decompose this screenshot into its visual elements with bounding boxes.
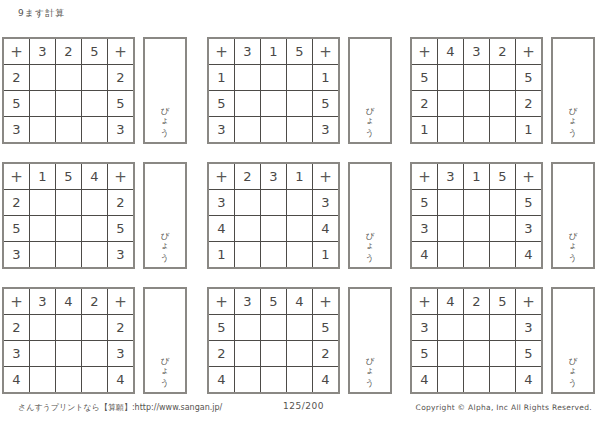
row-header-1: 5 bbox=[412, 190, 437, 215]
plus-operator-cell: + bbox=[108, 39, 133, 64]
answer-cell-r1c3[interactable] bbox=[287, 65, 312, 90]
row-header-3: 3 bbox=[4, 117, 29, 142]
puzzle-1: +325+225533びょう bbox=[2, 37, 207, 144]
row-header-right-1: 5 bbox=[516, 190, 541, 215]
answer-cell-r2c3[interactable] bbox=[287, 91, 312, 116]
plus-operator-cell: + bbox=[313, 289, 338, 314]
answer-cell-r3c2[interactable] bbox=[464, 367, 489, 392]
seconds-label: びょう bbox=[366, 101, 375, 133]
row-header-1: 3 bbox=[412, 315, 437, 340]
row-header-2: 5 bbox=[209, 91, 234, 116]
answer-cell-r3c3[interactable] bbox=[287, 367, 312, 392]
row-header-right-3: 3 bbox=[108, 242, 133, 267]
puzzle-grid-7: +342+223344 bbox=[2, 287, 135, 394]
row-header-3: 4 bbox=[4, 367, 29, 392]
row-header-2: 5 bbox=[4, 216, 29, 241]
row-header-2: 5 bbox=[4, 91, 29, 116]
row-header-2: 2 bbox=[412, 91, 437, 116]
col-header-2: 2 bbox=[464, 289, 489, 314]
answer-cell-r3c3[interactable] bbox=[490, 242, 515, 267]
answer-cell-r2c1[interactable] bbox=[30, 341, 55, 366]
answer-cell-r3c1[interactable] bbox=[30, 367, 55, 392]
answer-cell-r3c3[interactable] bbox=[82, 367, 107, 392]
answer-cell-r1c1[interactable] bbox=[30, 65, 55, 90]
col-header-3: 5 bbox=[490, 164, 515, 189]
puzzle-6: +315+553344びょう bbox=[410, 162, 598, 269]
answer-cell-r3c3[interactable] bbox=[82, 242, 107, 267]
row-header-right-1: 2 bbox=[108, 65, 133, 90]
answer-cell-r2c1[interactable] bbox=[30, 91, 55, 116]
row-header-1: 5 bbox=[209, 315, 234, 340]
answer-cell-r3c2[interactable] bbox=[261, 367, 286, 392]
col-header-1: 3 bbox=[438, 164, 463, 189]
answer-cell-r2c1[interactable] bbox=[235, 216, 260, 241]
row-header-right-2: 2 bbox=[313, 341, 338, 366]
answer-cell-r3c3[interactable] bbox=[82, 117, 107, 142]
puzzle-2: +315+115533びょう bbox=[207, 37, 410, 144]
answer-cell-r2c1[interactable] bbox=[438, 216, 463, 241]
answer-cell-r3c3[interactable] bbox=[490, 367, 515, 392]
answer-cell-r1c1[interactable] bbox=[30, 315, 55, 340]
col-header-3: 5 bbox=[82, 39, 107, 64]
answer-cell-r1c3[interactable] bbox=[82, 315, 107, 340]
col-header-1: 3 bbox=[30, 39, 55, 64]
puzzle-grid-8: +354+552244 bbox=[207, 287, 340, 394]
row-header-right-1: 3 bbox=[516, 315, 541, 340]
answer-cell-r1c2[interactable] bbox=[261, 315, 286, 340]
row-header-right-3: 3 bbox=[108, 117, 133, 142]
seconds-box: びょう bbox=[143, 287, 187, 394]
col-header-3: 5 bbox=[490, 289, 515, 314]
row-header-right-2: 2 bbox=[516, 91, 541, 116]
answer-cell-r1c3[interactable] bbox=[287, 315, 312, 340]
plus-operator-cell: + bbox=[108, 289, 133, 314]
answer-cell-r1c2[interactable] bbox=[56, 190, 81, 215]
puzzle-grid-6: +315+553344 bbox=[410, 162, 543, 269]
answer-cell-r1c1[interactable] bbox=[438, 65, 463, 90]
answer-cell-r2c1[interactable] bbox=[235, 91, 260, 116]
row-header-3: 3 bbox=[4, 242, 29, 267]
plus-operator-cell: + bbox=[209, 39, 234, 64]
seconds-box: びょう bbox=[143, 162, 187, 269]
answer-cell-r3c2[interactable] bbox=[56, 117, 81, 142]
answer-cell-r2c2[interactable] bbox=[261, 91, 286, 116]
row-header-right-2: 5 bbox=[313, 91, 338, 116]
answer-cell-r1c3[interactable] bbox=[490, 65, 515, 90]
row-header-right-1: 2 bbox=[108, 190, 133, 215]
puzzle-4: +154+225533びょう bbox=[2, 162, 207, 269]
answer-cell-r3c1[interactable] bbox=[235, 367, 260, 392]
row-header-right-3: 1 bbox=[313, 242, 338, 267]
row-header-right-3: 3 bbox=[313, 117, 338, 142]
col-header-3: 1 bbox=[287, 164, 312, 189]
col-header-1: 4 bbox=[438, 39, 463, 64]
answer-cell-r2c3[interactable] bbox=[82, 216, 107, 241]
puzzle-3: +432+552211びょう bbox=[410, 37, 598, 144]
answer-cell-r1c2[interactable] bbox=[464, 190, 489, 215]
answer-cell-r3c1[interactable] bbox=[235, 242, 260, 267]
answer-cell-r3c1[interactable] bbox=[30, 117, 55, 142]
answer-cell-r1c1[interactable] bbox=[235, 65, 260, 90]
answer-cell-r2c2[interactable] bbox=[464, 341, 489, 366]
answer-cell-r3c2[interactable] bbox=[464, 117, 489, 142]
answer-cell-r1c2[interactable] bbox=[261, 65, 286, 90]
plus-operator-cell: + bbox=[516, 164, 541, 189]
footer-source-url: さんすうプリントなら【算願】:http://www.sangan.jp/ bbox=[18, 402, 222, 413]
answer-cell-r3c1[interactable] bbox=[438, 117, 463, 142]
plus-operator-cell: + bbox=[516, 39, 541, 64]
answer-cell-r1c3[interactable] bbox=[82, 190, 107, 215]
row-header-right-3: 4 bbox=[108, 367, 133, 392]
answer-cell-r3c1[interactable] bbox=[438, 367, 463, 392]
row-header-3: 1 bbox=[412, 117, 437, 142]
seconds-label: びょう bbox=[569, 101, 578, 133]
puzzle-5: +231+334411びょう bbox=[207, 162, 410, 269]
answer-cell-r3c1[interactable] bbox=[235, 117, 260, 142]
row-header-1: 3 bbox=[209, 190, 234, 215]
plus-operator-cell: + bbox=[516, 289, 541, 314]
answer-cell-r1c1[interactable] bbox=[438, 315, 463, 340]
answer-cell-r3c3[interactable] bbox=[287, 242, 312, 267]
puzzle-grid-2: +315+115533 bbox=[207, 37, 340, 144]
seconds-box: びょう bbox=[551, 37, 595, 144]
puzzle-grid-4: +154+225533 bbox=[2, 162, 135, 269]
answer-cell-r2c1[interactable] bbox=[438, 91, 463, 116]
answer-cell-r3c2[interactable] bbox=[56, 242, 81, 267]
puzzle-8: +354+552244びょう bbox=[207, 287, 410, 394]
col-header-1: 3 bbox=[30, 289, 55, 314]
plus-operator-cell: + bbox=[4, 39, 29, 64]
puzzle-7: +342+223344びょう bbox=[2, 287, 207, 394]
answer-cell-r2c2[interactable] bbox=[56, 91, 81, 116]
answer-cell-r1c1[interactable] bbox=[30, 190, 55, 215]
row-header-right-3: 4 bbox=[313, 367, 338, 392]
puzzle-grid-9: +425+335544 bbox=[410, 287, 543, 394]
col-header-2: 5 bbox=[261, 289, 286, 314]
answer-cell-r3c3[interactable] bbox=[490, 117, 515, 142]
row-header-2: 4 bbox=[209, 216, 234, 241]
answer-cell-r3c1[interactable] bbox=[30, 242, 55, 267]
answer-cell-r1c2[interactable] bbox=[261, 190, 286, 215]
answer-cell-r1c2[interactable] bbox=[56, 65, 81, 90]
seconds-box: びょう bbox=[348, 162, 392, 269]
answer-cell-r2c2[interactable] bbox=[261, 216, 286, 241]
answer-cell-r2c1[interactable] bbox=[235, 341, 260, 366]
answer-cell-r2c3[interactable] bbox=[490, 216, 515, 241]
row-header-right-1: 5 bbox=[516, 65, 541, 90]
seconds-label: びょう bbox=[569, 351, 578, 383]
plus-operator-cell: + bbox=[313, 164, 338, 189]
row-header-2: 3 bbox=[4, 341, 29, 366]
col-header-1: 3 bbox=[235, 289, 260, 314]
seconds-label: びょう bbox=[569, 226, 578, 258]
row-header-1: 1 bbox=[209, 65, 234, 90]
answer-cell-r3c2[interactable] bbox=[261, 242, 286, 267]
row-header-1: 2 bbox=[4, 65, 29, 90]
seconds-label: びょう bbox=[366, 351, 375, 383]
seconds-box: びょう bbox=[551, 287, 595, 394]
answer-cell-r2c1[interactable] bbox=[30, 216, 55, 241]
answer-cell-r1c1[interactable] bbox=[235, 190, 260, 215]
col-header-3: 4 bbox=[287, 289, 312, 314]
answer-cell-r2c3[interactable] bbox=[490, 91, 515, 116]
answer-cell-r1c2[interactable] bbox=[56, 315, 81, 340]
puzzle-grid-1: +325+225533 bbox=[2, 37, 135, 144]
answer-cell-r3c1[interactable] bbox=[438, 242, 463, 267]
seconds-box: びょう bbox=[348, 37, 392, 144]
col-header-2: 4 bbox=[56, 289, 81, 314]
answer-cell-r1c1[interactable] bbox=[235, 315, 260, 340]
answer-cell-r2c2[interactable] bbox=[464, 91, 489, 116]
row-header-right-2: 3 bbox=[516, 216, 541, 241]
seconds-box: びょう bbox=[551, 162, 595, 269]
plus-operator-cell: + bbox=[108, 164, 133, 189]
row-header-right-1: 3 bbox=[313, 190, 338, 215]
puzzle-grid-5: +231+334411 bbox=[207, 162, 340, 269]
col-header-3: 2 bbox=[82, 289, 107, 314]
answer-cell-r1c3[interactable] bbox=[287, 190, 312, 215]
row-header-right-3: 4 bbox=[516, 367, 541, 392]
row-header-right-1: 1 bbox=[313, 65, 338, 90]
answer-cell-r2c3[interactable] bbox=[490, 341, 515, 366]
row-header-3: 3 bbox=[209, 117, 234, 142]
puzzle-grid-3: +432+552211 bbox=[410, 37, 543, 144]
answer-cell-r3c2[interactable] bbox=[56, 367, 81, 392]
row-header-3: 1 bbox=[209, 242, 234, 267]
answer-cell-r1c3[interactable] bbox=[490, 315, 515, 340]
worksheet-page: 9ます計算 +325+225533びょう+315+115533びょう+432+5… bbox=[0, 0, 600, 422]
page-title: 9ます計算 bbox=[18, 7, 65, 20]
row-header-right-2: 5 bbox=[516, 341, 541, 366]
answer-cell-r2c3[interactable] bbox=[82, 91, 107, 116]
row-header-right-3: 4 bbox=[516, 242, 541, 267]
seconds-label: びょう bbox=[366, 226, 375, 258]
puzzle-9: +425+335544びょう bbox=[410, 287, 598, 394]
row-header-3: 4 bbox=[412, 242, 437, 267]
answer-cell-r3c3[interactable] bbox=[287, 117, 312, 142]
plus-operator-cell: + bbox=[412, 164, 437, 189]
col-header-3: 4 bbox=[82, 164, 107, 189]
seconds-box: びょう bbox=[348, 287, 392, 394]
col-header-2: 3 bbox=[261, 164, 286, 189]
footer-copyright: Copyright © Alpha, Inc All Rights Reserv… bbox=[416, 403, 592, 412]
answer-cell-r1c3[interactable] bbox=[490, 190, 515, 215]
plus-operator-cell: + bbox=[209, 164, 234, 189]
row-header-right-2: 5 bbox=[108, 91, 133, 116]
col-header-2: 1 bbox=[464, 164, 489, 189]
answer-cell-r1c3[interactable] bbox=[82, 65, 107, 90]
seconds-label: びょう bbox=[161, 101, 170, 133]
row-header-2: 2 bbox=[209, 341, 234, 366]
plus-operator-cell: + bbox=[412, 39, 437, 64]
plus-operator-cell: + bbox=[4, 164, 29, 189]
row-header-right-1: 2 bbox=[108, 315, 133, 340]
row-header-2: 5 bbox=[412, 341, 437, 366]
answer-cell-r3c2[interactable] bbox=[464, 242, 489, 267]
row-header-3: 4 bbox=[412, 367, 437, 392]
answer-cell-r2c2[interactable] bbox=[464, 216, 489, 241]
row-header-right-2: 5 bbox=[108, 216, 133, 241]
col-header-2: 1 bbox=[261, 39, 286, 64]
row-header-1: 5 bbox=[412, 65, 437, 90]
answer-cell-r2c3[interactable] bbox=[287, 341, 312, 366]
col-header-2: 5 bbox=[56, 164, 81, 189]
answer-cell-r2c3[interactable] bbox=[82, 341, 107, 366]
row-header-1: 2 bbox=[4, 190, 29, 215]
row-header-right-1: 5 bbox=[313, 315, 338, 340]
row-header-2: 3 bbox=[412, 216, 437, 241]
plus-operator-cell: + bbox=[4, 289, 29, 314]
answer-cell-r2c1[interactable] bbox=[438, 341, 463, 366]
row-header-3: 4 bbox=[209, 367, 234, 392]
plus-operator-cell: + bbox=[412, 289, 437, 314]
col-header-1: 3 bbox=[235, 39, 260, 64]
row-header-right-3: 1 bbox=[516, 117, 541, 142]
answer-cell-r3c2[interactable] bbox=[261, 117, 286, 142]
col-header-3: 5 bbox=[287, 39, 312, 64]
col-header-1: 1 bbox=[30, 164, 55, 189]
col-header-1: 4 bbox=[438, 289, 463, 314]
seconds-label: びょう bbox=[161, 226, 170, 258]
row-header-right-2: 3 bbox=[108, 341, 133, 366]
col-header-3: 2 bbox=[490, 39, 515, 64]
col-header-2: 3 bbox=[464, 39, 489, 64]
answer-cell-r2c3[interactable] bbox=[287, 216, 312, 241]
answer-cell-r1c2[interactable] bbox=[464, 315, 489, 340]
footer-page-number: 125/200 bbox=[283, 401, 324, 411]
answer-cell-r2c2[interactable] bbox=[56, 341, 81, 366]
row-header-right-2: 4 bbox=[313, 216, 338, 241]
row-header-1: 2 bbox=[4, 315, 29, 340]
col-header-1: 2 bbox=[235, 164, 260, 189]
plus-operator-cell: + bbox=[209, 289, 234, 314]
answer-cell-r2c2[interactable] bbox=[261, 341, 286, 366]
answer-cell-r1c2[interactable] bbox=[464, 65, 489, 90]
answer-cell-r1c1[interactable] bbox=[438, 190, 463, 215]
seconds-box: びょう bbox=[143, 37, 187, 144]
answer-cell-r2c2[interactable] bbox=[56, 216, 81, 241]
plus-operator-cell: + bbox=[313, 39, 338, 64]
col-header-2: 2 bbox=[56, 39, 81, 64]
worksheet-grid: +325+225533びょう+315+115533びょう+432+552211び… bbox=[2, 37, 598, 394]
seconds-label: びょう bbox=[161, 351, 170, 383]
